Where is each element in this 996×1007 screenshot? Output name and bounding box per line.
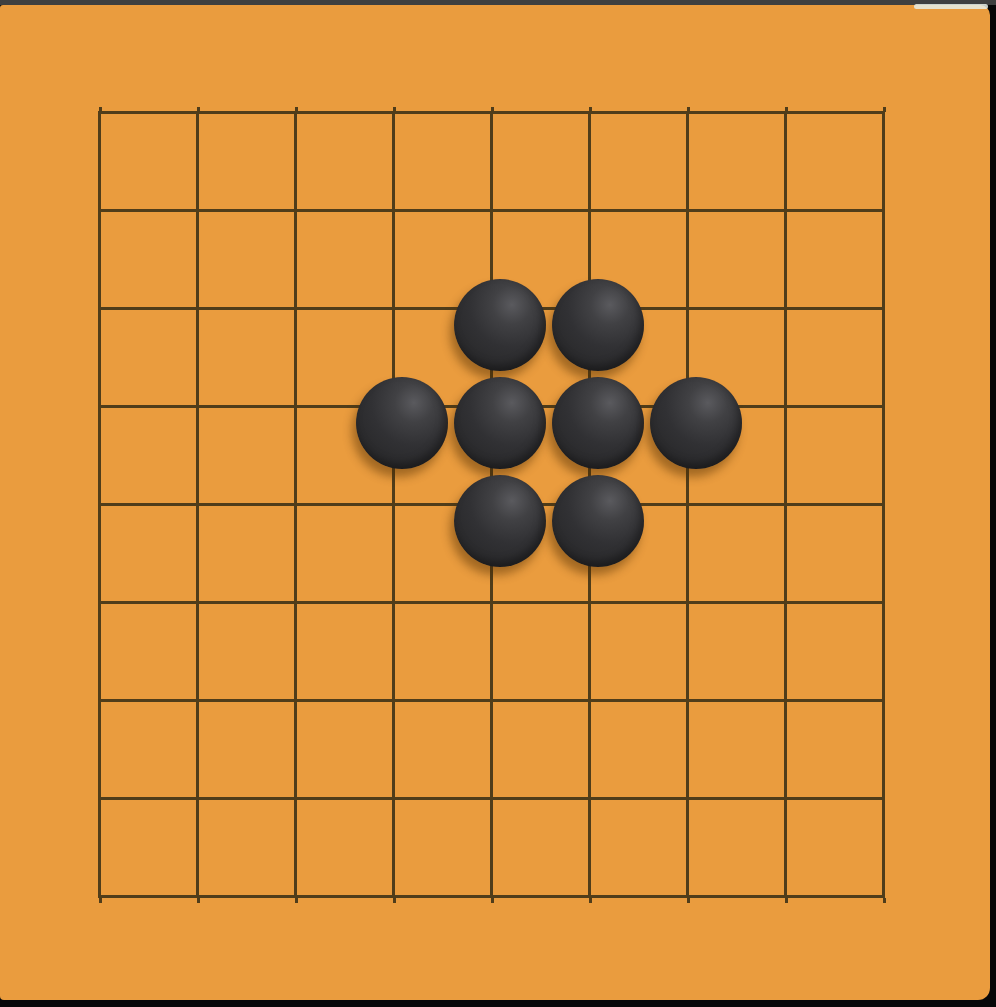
grid-cell bbox=[787, 114, 885, 212]
grid-line-cap bbox=[589, 107, 592, 112]
grid-cell bbox=[787, 408, 885, 506]
grid-cell bbox=[787, 702, 885, 800]
grid-cell bbox=[199, 408, 297, 506]
grid-cell bbox=[689, 702, 787, 800]
grid-line-cap bbox=[197, 107, 200, 112]
grid-cell bbox=[493, 604, 591, 702]
grid-cell bbox=[297, 212, 395, 310]
go-board[interactable]: ●●●●●●●● bbox=[0, 5, 990, 1000]
grid-line-cap bbox=[687, 107, 690, 112]
grid-cell bbox=[101, 702, 199, 800]
grid-line-cap bbox=[883, 107, 886, 112]
grid-line-cap bbox=[883, 898, 886, 903]
grid-line-cap bbox=[785, 898, 788, 903]
grid-cell bbox=[101, 212, 199, 310]
grid-line-cap bbox=[785, 107, 788, 112]
window-corner-highlight bbox=[914, 4, 988, 9]
grid-cell bbox=[493, 800, 591, 898]
grid-cell bbox=[787, 506, 885, 604]
black-stone: ● bbox=[650, 377, 742, 469]
grid-line-cap bbox=[197, 898, 200, 903]
grid-cell bbox=[395, 604, 493, 702]
grid-cell bbox=[689, 506, 787, 604]
black-stone: ● bbox=[454, 475, 546, 567]
black-stone: ● bbox=[552, 377, 644, 469]
grid-cell bbox=[689, 604, 787, 702]
grid-cell bbox=[199, 506, 297, 604]
grid-cell bbox=[199, 310, 297, 408]
grid-cell bbox=[395, 114, 493, 212]
grid-cell bbox=[395, 702, 493, 800]
grid-line-cap bbox=[295, 898, 298, 903]
grid-cell bbox=[787, 800, 885, 898]
grid-cell bbox=[689, 212, 787, 310]
grid-cell bbox=[493, 114, 591, 212]
grid-cell bbox=[199, 604, 297, 702]
grid-cell bbox=[101, 800, 199, 898]
grid-cell bbox=[101, 506, 199, 604]
black-stone: ● bbox=[356, 377, 448, 469]
grid-cell bbox=[199, 702, 297, 800]
grid-cell bbox=[787, 310, 885, 408]
grid-line-cap bbox=[295, 107, 298, 112]
grid-cell bbox=[297, 604, 395, 702]
grid-cell bbox=[199, 114, 297, 212]
grid-cell bbox=[689, 800, 787, 898]
go-app-window: ●●●●●●●● bbox=[0, 0, 996, 1007]
black-stone: ● bbox=[454, 279, 546, 371]
black-stone: ● bbox=[552, 279, 644, 371]
grid-cell bbox=[297, 800, 395, 898]
black-stone: ● bbox=[552, 475, 644, 567]
grid-cell bbox=[199, 212, 297, 310]
grid-cell bbox=[297, 702, 395, 800]
grid-line-cap bbox=[687, 898, 690, 903]
grid-cell bbox=[101, 604, 199, 702]
grid-cell bbox=[297, 114, 395, 212]
grid-cell bbox=[199, 800, 297, 898]
grid-cell bbox=[591, 114, 689, 212]
grid-line-cap bbox=[589, 898, 592, 903]
grid-line-cap bbox=[99, 898, 102, 903]
grid-cell bbox=[297, 506, 395, 604]
grid-line-cap bbox=[99, 107, 102, 112]
grid-cell bbox=[591, 800, 689, 898]
grid-cell bbox=[591, 604, 689, 702]
grid-cell bbox=[101, 310, 199, 408]
grid-cell bbox=[395, 800, 493, 898]
grid-line-cap bbox=[393, 898, 396, 903]
black-stone: ● bbox=[454, 377, 546, 469]
grid-cell bbox=[591, 702, 689, 800]
grid-cell bbox=[101, 114, 199, 212]
grid-cell bbox=[493, 702, 591, 800]
grid-line-cap bbox=[393, 107, 396, 112]
grid-cell bbox=[101, 408, 199, 506]
grid-line-cap bbox=[491, 898, 494, 903]
grid-cell bbox=[787, 212, 885, 310]
grid-line-cap bbox=[491, 107, 494, 112]
grid-cell bbox=[689, 114, 787, 212]
window-top-bar bbox=[0, 0, 996, 5]
grid-cell bbox=[787, 604, 885, 702]
